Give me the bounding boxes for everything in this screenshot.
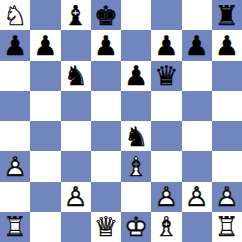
black-pawn[interactable]: ♟ (121, 61, 151, 91)
square-f1[interactable]: ♝♗ (151, 212, 181, 242)
square-g2[interactable]: ♟♙ (182, 182, 212, 212)
piece-outline-layer: ♗ (154, 213, 178, 240)
piece-glyph: ♟ (94, 32, 118, 59)
piece-outline-layer: ♖ (215, 213, 239, 240)
black-queen[interactable]: ♛ (151, 61, 181, 91)
square-d8[interactable]: ♚ (91, 0, 121, 30)
square-g4[interactable] (182, 121, 212, 151)
square-g6[interactable] (182, 61, 212, 91)
square-b1[interactable] (30, 212, 60, 242)
piece-glyph: ♟ (185, 32, 209, 59)
black-bishop[interactable]: ♝ (61, 0, 91, 30)
square-a2[interactable] (0, 182, 30, 212)
square-c2[interactable]: ♟♙ (61, 182, 91, 212)
white-pawn[interactable]: ♟♙ (0, 151, 30, 181)
black-pawn[interactable]: ♟ (0, 30, 30, 60)
piece-outline-layer: ♖ (3, 213, 27, 240)
square-c3[interactable] (61, 151, 91, 181)
piece-glyph: ♞ (64, 62, 88, 89)
square-d6[interactable] (91, 61, 121, 91)
black-pawn[interactable]: ♟ (212, 30, 242, 60)
square-b7[interactable]: ♟ (30, 30, 60, 60)
piece-glyph: ♟ (154, 32, 178, 59)
square-a3[interactable]: ♟♙ (0, 151, 30, 181)
white-rook[interactable]: ♜♖ (0, 212, 30, 242)
square-c4[interactable] (61, 121, 91, 151)
square-h2[interactable]: ♟♙ (212, 182, 242, 212)
square-e4[interactable]: ♞ (121, 121, 151, 151)
square-a6[interactable] (0, 61, 30, 91)
square-b8[interactable] (30, 0, 60, 30)
square-e3[interactable]: ♝♗ (121, 151, 151, 181)
square-d2[interactable] (91, 182, 121, 212)
black-king[interactable]: ♚ (91, 0, 121, 30)
piece-glyph: ♝ (64, 2, 88, 29)
square-a4[interactable] (0, 121, 30, 151)
white-pawn[interactable]: ♟♙ (151, 182, 181, 212)
black-rook[interactable]: ♜ (212, 0, 242, 30)
square-c8[interactable]: ♝ (61, 0, 91, 30)
square-h6[interactable] (212, 61, 242, 91)
piece-outline-layer: ♘ (3, 2, 27, 29)
square-d4[interactable] (91, 121, 121, 151)
square-e7[interactable] (121, 30, 151, 60)
square-h3[interactable] (212, 151, 242, 181)
square-g1[interactable] (182, 212, 212, 242)
white-pawn[interactable]: ♟♙ (182, 182, 212, 212)
piece-outline-layer: ♙ (3, 153, 27, 180)
piece-outline-layer: ♙ (64, 183, 88, 210)
square-h8[interactable]: ♜ (212, 0, 242, 30)
piece-glyph: ♟ (33, 32, 57, 59)
white-bishop[interactable]: ♝♗ (121, 151, 151, 181)
square-f4[interactable] (151, 121, 181, 151)
square-a1[interactable]: ♜♖ (0, 212, 30, 242)
black-pawn[interactable]: ♟ (30, 30, 60, 60)
piece-glyph: ♟ (215, 32, 239, 59)
square-g8[interactable] (182, 0, 212, 30)
piece-glyph: ♜ (215, 2, 239, 29)
square-e1[interactable]: ♚♔ (121, 212, 151, 242)
square-f6[interactable]: ♛ (151, 61, 181, 91)
square-a5[interactable] (0, 91, 30, 121)
square-c1[interactable] (61, 212, 91, 242)
square-b5[interactable] (30, 91, 60, 121)
piece-outline-layer: ♙ (185, 183, 209, 210)
square-f8[interactable] (151, 0, 181, 30)
square-e8[interactable] (121, 0, 151, 30)
square-d7[interactable]: ♟ (91, 30, 121, 60)
square-f3[interactable] (151, 151, 181, 181)
square-c5[interactable] (61, 91, 91, 121)
square-b4[interactable] (30, 121, 60, 151)
white-king[interactable]: ♚♔ (121, 212, 151, 242)
square-h1[interactable]: ♜♖ (212, 212, 242, 242)
square-b3[interactable] (30, 151, 60, 181)
piece-outline-layer: ♕ (94, 213, 118, 240)
piece-glyph: ♟ (124, 62, 148, 89)
square-c6[interactable]: ♞ (61, 61, 91, 91)
piece-outline-layer: ♙ (154, 183, 178, 210)
white-queen[interactable]: ♛♕ (91, 212, 121, 242)
square-d1[interactable]: ♛♕ (91, 212, 121, 242)
square-e6[interactable]: ♟ (121, 61, 151, 91)
square-c7[interactable] (61, 30, 91, 60)
white-bishop[interactable]: ♝♗ (151, 212, 181, 242)
square-d3[interactable] (91, 151, 121, 181)
piece-outline-layer: ♔ (124, 213, 148, 240)
piece-outline-layer: ♙ (215, 183, 239, 210)
square-b6[interactable] (30, 61, 60, 91)
square-h5[interactable] (212, 91, 242, 121)
chess-board: ♞♘♝♚♜♟♟♟♟♟♟♞♟♛♞♟♙♝♗♟♙♟♙♟♙♟♙♜♖♛♕♚♔♝♗♜♖ (0, 0, 242, 242)
square-g7[interactable]: ♟ (182, 30, 212, 60)
white-pawn[interactable]: ♟♙ (212, 182, 242, 212)
square-a7[interactable]: ♟ (0, 30, 30, 60)
piece-glyph: ♞ (124, 123, 148, 150)
square-a8[interactable]: ♞♘ (0, 0, 30, 30)
black-knight[interactable]: ♞ (61, 61, 91, 91)
piece-glyph: ♚ (94, 2, 118, 29)
square-f2[interactable]: ♟♙ (151, 182, 181, 212)
black-pawn[interactable]: ♟ (151, 30, 181, 60)
square-b2[interactable] (30, 182, 60, 212)
white-pawn[interactable]: ♟♙ (61, 182, 91, 212)
white-rook[interactable]: ♜♖ (212, 212, 242, 242)
square-e5[interactable] (121, 91, 151, 121)
square-h7[interactable]: ♟ (212, 30, 242, 60)
square-f7[interactable]: ♟ (151, 30, 181, 60)
square-d5[interactable] (91, 91, 121, 121)
white-knight[interactable]: ♞♘ (0, 0, 30, 30)
black-pawn[interactable]: ♟ (91, 30, 121, 60)
black-knight[interactable]: ♞ (121, 121, 151, 151)
black-pawn[interactable]: ♟ (182, 30, 212, 60)
piece-outline-layer: ♗ (124, 153, 148, 180)
square-g5[interactable] (182, 91, 212, 121)
piece-glyph: ♛ (154, 62, 178, 89)
square-h4[interactable] (212, 121, 242, 151)
square-e2[interactable] (121, 182, 151, 212)
square-f5[interactable] (151, 91, 181, 121)
piece-glyph: ♟ (3, 32, 27, 59)
square-g3[interactable] (182, 151, 212, 181)
